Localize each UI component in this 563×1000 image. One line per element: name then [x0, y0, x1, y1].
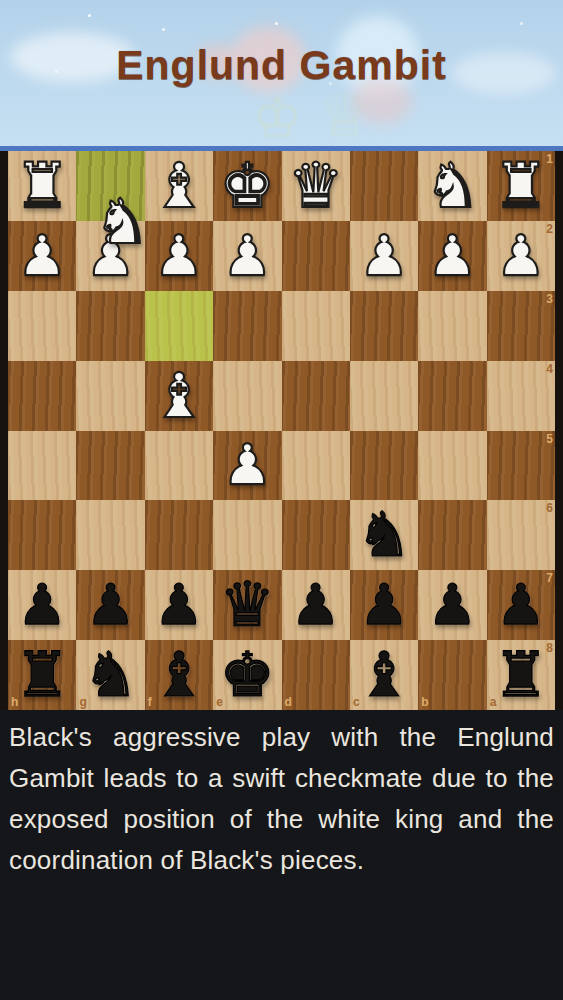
square-e1[interactable]: ♚: [213, 151, 281, 221]
page-title: Englund Gambit: [0, 42, 563, 89]
rank-label-7: 7: [546, 572, 553, 584]
square-h1[interactable]: ♜: [8, 151, 76, 221]
rank-label-1: 1: [546, 153, 553, 165]
square-c8[interactable]: ♝c: [350, 640, 418, 710]
square-g4[interactable]: [76, 361, 144, 431]
white-pawn-c2: ♟: [359, 228, 409, 284]
square-c4[interactable]: [350, 361, 418, 431]
board-frame: ♜♝♚♛♞♜1♟♟♟♟♟♟♟23♝4♟5♞6♟♟♟♛♟♟♟♟7♜h♞g♝f♚ed…: [0, 151, 563, 710]
square-g3[interactable]: [76, 291, 144, 361]
black-pawn-b7: ♟: [427, 577, 477, 633]
ghost-king-icon: ♔: [252, 90, 302, 146]
white-king-e1: ♚: [220, 155, 276, 217]
square-f2[interactable]: ♟: [145, 221, 213, 291]
file-label-h: h: [11, 696, 18, 708]
square-d2[interactable]: [282, 221, 350, 291]
black-pawn-c7: ♟: [359, 577, 409, 633]
rank-label-4: 4: [546, 363, 553, 375]
square-d1[interactable]: ♛: [282, 151, 350, 221]
black-pawn-g7: ♟: [85, 577, 135, 633]
rank-label-2: 2: [546, 223, 553, 235]
square-a7[interactable]: ♟7: [487, 570, 555, 640]
square-h8[interactable]: ♜h: [8, 640, 76, 710]
rank-label-6: 6: [546, 502, 553, 514]
square-f6[interactable]: [145, 500, 213, 570]
square-f8[interactable]: ♝f: [145, 640, 213, 710]
file-label-a: a: [490, 696, 497, 708]
white-bishop-f1: ♝: [151, 155, 207, 217]
black-pawn-f7: ♟: [154, 577, 204, 633]
white-pawn-b2: ♟: [427, 228, 477, 284]
black-pawn-h7: ♟: [17, 577, 67, 633]
square-a2[interactable]: ♟2: [487, 221, 555, 291]
square-f7[interactable]: ♟: [145, 570, 213, 640]
square-d3[interactable]: [282, 291, 350, 361]
white-pawn-a2: ♟: [496, 228, 546, 284]
square-e6[interactable]: [213, 500, 281, 570]
white-pawn-h2: ♟: [17, 228, 67, 284]
white-rook-h1: ♜: [14, 155, 70, 217]
square-a3[interactable]: 3: [487, 291, 555, 361]
square-c1[interactable]: [350, 151, 418, 221]
rank-label-8: 8: [546, 642, 553, 654]
white-pawn-e2: ♟: [222, 228, 272, 284]
square-d5[interactable]: [282, 431, 350, 501]
square-h4[interactable]: [8, 361, 76, 431]
file-label-e: e: [216, 696, 223, 708]
white-rook-a1: ♜: [493, 155, 549, 217]
square-f4[interactable]: ♝: [145, 361, 213, 431]
square-f1[interactable]: ♝: [145, 151, 213, 221]
square-d6[interactable]: [282, 500, 350, 570]
file-label-g: g: [79, 696, 86, 708]
square-b2[interactable]: ♟: [418, 221, 486, 291]
caption-panel: Black's aggressive play with the Englund…: [0, 710, 563, 1000]
file-label-c: c: [353, 696, 360, 708]
square-f3[interactable]: [145, 291, 213, 361]
square-e7[interactable]: ♛: [213, 570, 281, 640]
square-e3[interactable]: [213, 291, 281, 361]
square-g8[interactable]: ♞g: [76, 640, 144, 710]
square-h7[interactable]: ♟: [8, 570, 76, 640]
square-c3[interactable]: [350, 291, 418, 361]
square-g1[interactable]: [76, 151, 144, 221]
square-h3[interactable]: [8, 291, 76, 361]
square-d4[interactable]: [282, 361, 350, 431]
black-bishop-f8: ♝: [151, 644, 207, 706]
white-bishop-f4: ♝: [151, 365, 207, 427]
black-knight-c6: ♞: [356, 504, 412, 566]
square-a6[interactable]: 6: [487, 500, 555, 570]
square-h5[interactable]: [8, 431, 76, 501]
black-knight-g8: ♞: [83, 644, 139, 706]
square-c5[interactable]: [350, 431, 418, 501]
rank-label-5: 5: [546, 433, 553, 445]
square-b5[interactable]: [418, 431, 486, 501]
white-pawn-g2: ♟: [85, 228, 135, 284]
ghost-queen-icon: ♕: [318, 86, 372, 146]
file-label-b: b: [421, 696, 428, 708]
square-a8[interactable]: ♜8a: [487, 640, 555, 710]
square-b7[interactable]: ♟: [418, 570, 486, 640]
square-h2[interactable]: ♟: [8, 221, 76, 291]
black-queen-e7: ♛: [220, 574, 276, 636]
square-b6[interactable]: [418, 500, 486, 570]
square-e5[interactable]: ♟: [213, 431, 281, 501]
black-bishop-c8: ♝: [356, 644, 412, 706]
square-b3[interactable]: [418, 291, 486, 361]
square-b4[interactable]: [418, 361, 486, 431]
square-c2[interactable]: ♟: [350, 221, 418, 291]
video-frame: ♔ ♕ Englund Gambit ♜♝♚♛♞♜1♟♟♟♟♟♟♟23♝4♟5♞…: [0, 0, 563, 1000]
black-pawn-a7: ♟: [496, 577, 546, 633]
chess-board: ♜♝♚♛♞♜1♟♟♟♟♟♟♟23♝4♟5♞6♟♟♟♛♟♟♟♟7♜h♞g♝f♚ed…: [8, 151, 555, 710]
square-c7[interactable]: ♟: [350, 570, 418, 640]
square-g5[interactable]: [76, 431, 144, 501]
file-label-f: f: [148, 696, 152, 708]
file-label-d: d: [285, 696, 292, 708]
black-rook-h8: ♜: [14, 644, 70, 706]
white-pawn-f2: ♟: [154, 228, 204, 284]
black-pawn-d7: ♟: [291, 577, 341, 633]
black-king-e8: ♚: [220, 644, 276, 706]
square-g7[interactable]: ♟: [76, 570, 144, 640]
white-knight-b1: ♞: [425, 155, 481, 217]
black-rook-a8: ♜: [493, 644, 549, 706]
square-e8[interactable]: ♚e: [213, 640, 281, 710]
square-a5[interactable]: 5: [487, 431, 555, 501]
rank-label-3: 3: [546, 293, 553, 305]
sky-header: ♔ ♕ Englund Gambit: [0, 0, 563, 146]
square-h6[interactable]: [8, 500, 76, 570]
square-d8[interactable]: d: [282, 640, 350, 710]
square-g2[interactable]: ♟: [76, 221, 144, 291]
square-b1[interactable]: ♞: [418, 151, 486, 221]
square-g6[interactable]: [76, 500, 144, 570]
square-e2[interactable]: ♟: [213, 221, 281, 291]
white-queen-d1: ♛: [288, 155, 344, 217]
caption-text: Black's aggressive play with the Englund…: [9, 717, 554, 881]
square-e4[interactable]: [213, 361, 281, 431]
square-a1[interactable]: ♜1: [487, 151, 555, 221]
square-c6[interactable]: ♞: [350, 500, 418, 570]
square-a4[interactable]: 4: [487, 361, 555, 431]
square-d7[interactable]: ♟: [282, 570, 350, 640]
white-pawn-e5: ♟: [222, 437, 272, 493]
square-f5[interactable]: [145, 431, 213, 501]
sparkle-stars-icon: [88, 14, 91, 17]
square-b8[interactable]: b: [418, 640, 486, 710]
